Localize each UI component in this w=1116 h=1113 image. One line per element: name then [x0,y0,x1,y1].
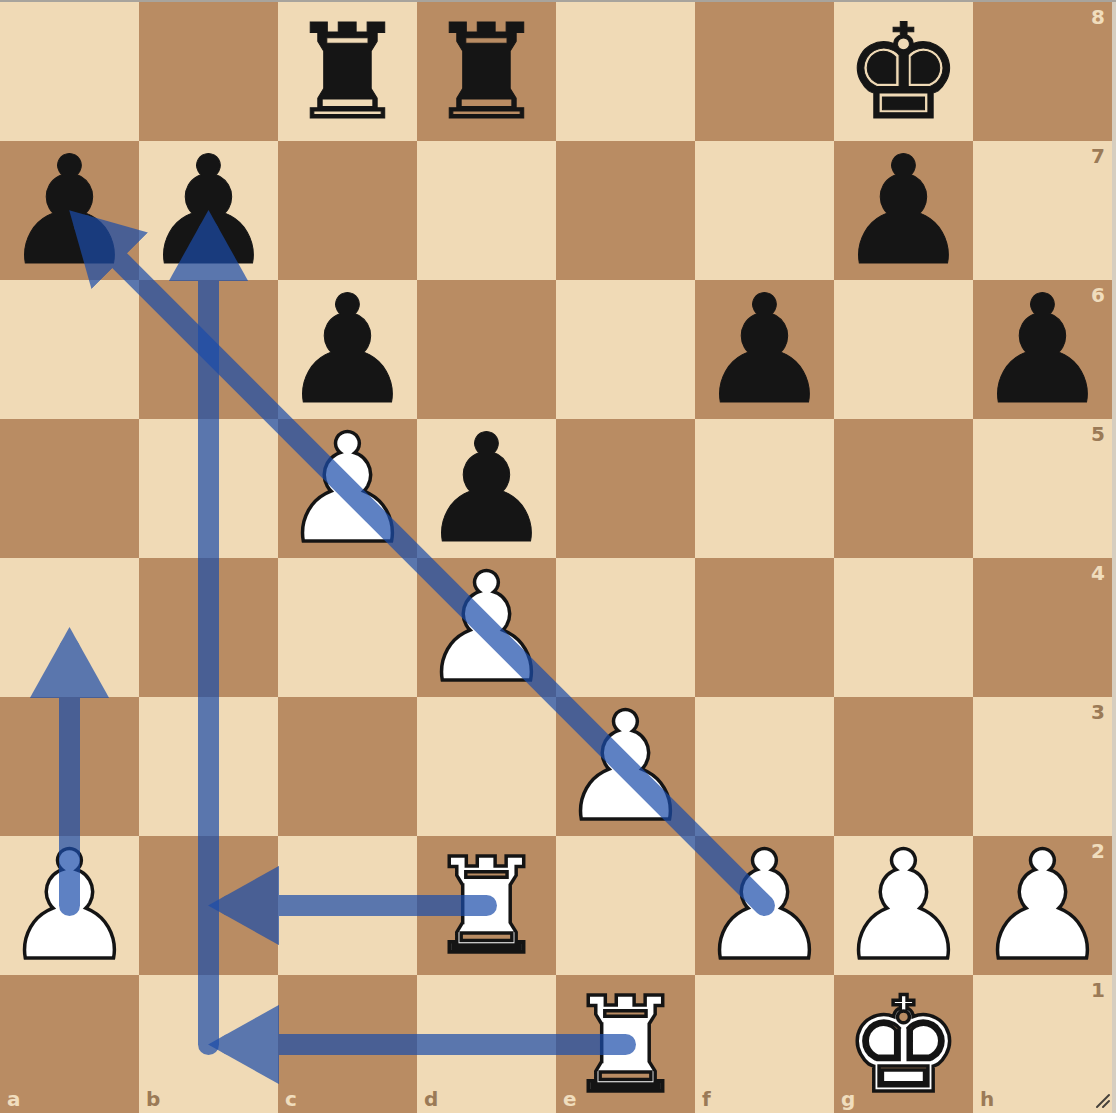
white-rook-piece[interactable]: ♜ [556,975,695,1113]
square-b7[interactable]: ♟ [139,141,278,280]
square-a7[interactable]: ♟ [0,141,139,280]
black-pawn-piece[interactable]: ♟ [139,141,278,280]
square-c2[interactable] [278,836,417,975]
square-f4[interactable] [695,558,834,697]
square-c1[interactable]: c [278,975,417,1113]
rank-label-1: 1 [1091,978,1105,1002]
square-e5[interactable] [556,419,695,558]
square-c3[interactable] [278,697,417,836]
rank-label-3: 3 [1091,700,1105,724]
white-pawn-piece[interactable]: ♟ [0,836,139,975]
square-a4[interactable] [0,558,139,697]
square-e6[interactable] [556,280,695,419]
square-a6[interactable] [0,280,139,419]
square-d6[interactable] [417,280,556,419]
square-b6[interactable] [139,280,278,419]
white-pawn-piece[interactable]: ♟ [556,697,695,836]
square-e2[interactable] [556,836,695,975]
square-b4[interactable] [139,558,278,697]
white-pawn-piece[interactable]: ♟ [834,836,973,975]
file-label-b: b [146,1087,160,1111]
rank-label-8: 8 [1091,5,1105,29]
square-d1[interactable]: d [417,975,556,1113]
black-pawn-piece[interactable]: ♟ [278,280,417,419]
file-label-c: c [285,1087,297,1111]
file-label-h: h [980,1087,994,1111]
square-e1[interactable]: ♜e [556,975,695,1113]
square-a3[interactable] [0,697,139,836]
square-e4[interactable] [556,558,695,697]
square-b5[interactable] [139,419,278,558]
square-g7[interactable]: ♟ [834,141,973,280]
square-a5[interactable] [0,419,139,558]
square-b2[interactable] [139,836,278,975]
square-g2[interactable]: ♟ [834,836,973,975]
square-c5[interactable]: ♟ [278,419,417,558]
square-e8[interactable] [556,2,695,141]
square-f1[interactable]: f [695,975,834,1113]
square-h7[interactable]: 7 [973,141,1112,280]
black-rook-piece[interactable]: ♜ [417,2,556,141]
white-king-piece[interactable]: ♚ [834,975,973,1113]
square-e7[interactable] [556,141,695,280]
square-g8[interactable]: ♚ [834,2,973,141]
square-d8[interactable]: ♜ [417,2,556,141]
rank-label-4: 4 [1091,561,1105,585]
white-rook-piece[interactable]: ♜ [417,836,556,975]
square-d5[interactable]: ♟ [417,419,556,558]
square-f2[interactable]: ♟ [695,836,834,975]
square-f5[interactable] [695,419,834,558]
resize-handle-icon[interactable] [1093,1091,1111,1109]
square-f8[interactable] [695,2,834,141]
square-g1[interactable]: ♚g [834,975,973,1113]
square-e3[interactable]: ♟ [556,697,695,836]
file-label-f: f [702,1087,711,1111]
square-h4[interactable]: 4 [973,558,1112,697]
square-g3[interactable] [834,697,973,836]
square-a8[interactable] [0,2,139,141]
square-d2[interactable]: ♜ [417,836,556,975]
square-b3[interactable] [139,697,278,836]
white-pawn-piece[interactable]: ♟ [695,836,834,975]
square-h5[interactable]: 5 [973,419,1112,558]
square-b1[interactable]: b [139,975,278,1113]
square-f3[interactable] [695,697,834,836]
square-g5[interactable] [834,419,973,558]
black-pawn-piece[interactable]: ♟ [0,141,139,280]
black-pawn-piece[interactable]: ♟ [417,419,556,558]
white-pawn-piece[interactable]: ♟ [973,836,1112,975]
rank-label-5: 5 [1091,422,1105,446]
chess-board[interactable]: ♜♜♚8♟♟♟7♟♟♟6♟♟5♟4♟3♟♜♟♟♟2abcd♜ef♚gh1 [0,2,1112,1113]
square-g4[interactable] [834,558,973,697]
square-a1[interactable]: a [0,975,139,1113]
square-d3[interactable] [417,697,556,836]
square-f6[interactable]: ♟ [695,280,834,419]
white-pawn-piece[interactable]: ♟ [278,419,417,558]
black-rook-piece[interactable]: ♜ [278,2,417,141]
square-f7[interactable] [695,141,834,280]
white-pawn-piece[interactable]: ♟ [417,558,556,697]
square-c8[interactable]: ♜ [278,2,417,141]
rank-label-7: 7 [1091,144,1105,168]
square-c4[interactable] [278,558,417,697]
square-d4[interactable]: ♟ [417,558,556,697]
file-label-a: a [7,1087,21,1111]
square-d7[interactable] [417,141,556,280]
file-label-d: d [424,1087,438,1111]
square-c6[interactable]: ♟ [278,280,417,419]
square-b8[interactable] [139,2,278,141]
square-a2[interactable]: ♟ [0,836,139,975]
square-h2[interactable]: ♟2 [973,836,1112,975]
square-g6[interactable] [834,280,973,419]
black-pawn-piece[interactable]: ♟ [973,280,1112,419]
square-c7[interactable] [278,141,417,280]
square-h6[interactable]: ♟6 [973,280,1112,419]
square-h1[interactable]: h1 [973,975,1112,1113]
square-h3[interactable]: 3 [973,697,1112,836]
black-king-piece[interactable]: ♚ [834,2,973,141]
black-pawn-piece[interactable]: ♟ [695,280,834,419]
square-h8[interactable]: 8 [973,2,1112,141]
black-pawn-piece[interactable]: ♟ [834,141,973,280]
chess-analysis-page: ♜♜♚8♟♟♟7♟♟♟6♟♟5♟4♟3♟♜♟♟♟2abcd♜ef♚gh1 [0,0,1116,1113]
